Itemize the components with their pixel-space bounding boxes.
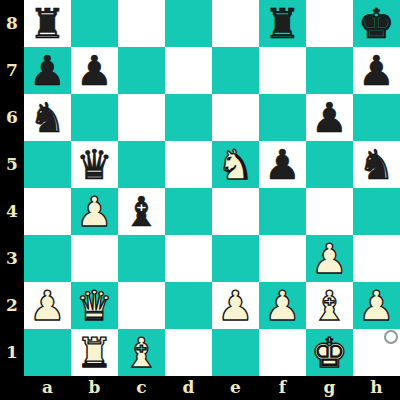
rank-label-1: 1 [0, 329, 24, 376]
square-a2[interactable]: ♟ [24, 282, 71, 329]
black-pawn-piece[interactable]: ♟ [71, 47, 118, 94]
rank-label-5: 5 [0, 141, 24, 188]
chess-board: ♜♜♚♟♟♟♞♟♛♞♟♞♟♝♟♟♛♟♟♝♟♜♝♚ [24, 0, 400, 376]
chess-board-frame: 87654321 ♜♜♚♟♟♟♞♟♛♞♟♞♟♝♟♟♛♟♟♝♟♜♝♚ abcdef… [0, 0, 400, 400]
file-label-e: e [212, 376, 259, 400]
white-king-piece[interactable]: ♚ [306, 329, 353, 376]
square-f2[interactable]: ♟ [259, 282, 306, 329]
square-f7[interactable] [259, 47, 306, 94]
file-label-b: b [71, 376, 118, 400]
rank-label-2: 2 [0, 282, 24, 329]
square-c2[interactable] [118, 282, 165, 329]
square-e5[interactable]: ♞ [212, 141, 259, 188]
square-c5[interactable] [118, 141, 165, 188]
square-e2[interactable]: ♟ [212, 282, 259, 329]
file-labels: abcdefgh [24, 376, 400, 400]
square-a1[interactable] [24, 329, 71, 376]
square-a4[interactable] [24, 188, 71, 235]
square-e7[interactable] [212, 47, 259, 94]
white-pawn-piece[interactable]: ♟ [24, 282, 71, 329]
black-knight-piece[interactable]: ♞ [24, 94, 71, 141]
square-b1[interactable]: ♜ [71, 329, 118, 376]
square-b8[interactable] [71, 0, 118, 47]
square-b6[interactable] [71, 94, 118, 141]
square-a6[interactable]: ♞ [24, 94, 71, 141]
square-a7[interactable]: ♟ [24, 47, 71, 94]
white-rook-piece[interactable]: ♜ [71, 329, 118, 376]
square-d5[interactable] [165, 141, 212, 188]
square-e6[interactable] [212, 94, 259, 141]
white-bishop-piece[interactable]: ♝ [306, 282, 353, 329]
square-d4[interactable] [165, 188, 212, 235]
white-pawn-piece[interactable]: ♟ [259, 282, 306, 329]
square-c4[interactable]: ♝ [118, 188, 165, 235]
square-f5[interactable]: ♟ [259, 141, 306, 188]
file-label-d: d [165, 376, 212, 400]
white-pawn-piece[interactable]: ♟ [306, 235, 353, 282]
square-b4[interactable]: ♟ [71, 188, 118, 235]
black-queen-piece[interactable]: ♛ [71, 141, 118, 188]
white-queen-piece[interactable]: ♛ [71, 282, 118, 329]
square-g8[interactable] [306, 0, 353, 47]
square-d8[interactable] [165, 0, 212, 47]
square-g1[interactable]: ♚ [306, 329, 353, 376]
rank-label-6: 6 [0, 94, 24, 141]
square-e8[interactable] [212, 0, 259, 47]
square-e3[interactable] [212, 235, 259, 282]
square-f3[interactable] [259, 235, 306, 282]
square-g7[interactable] [306, 47, 353, 94]
square-g4[interactable] [306, 188, 353, 235]
square-a3[interactable] [24, 235, 71, 282]
file-label-a: a [24, 376, 71, 400]
square-b5[interactable]: ♛ [71, 141, 118, 188]
square-f6[interactable] [259, 94, 306, 141]
black-rook-piece[interactable]: ♜ [259, 0, 306, 47]
black-pawn-piece[interactable]: ♟ [259, 141, 306, 188]
square-b3[interactable] [71, 235, 118, 282]
black-knight-piece[interactable]: ♞ [353, 141, 400, 188]
white-bishop-piece[interactable]: ♝ [118, 329, 165, 376]
white-to-move-indicator [384, 330, 398, 344]
square-b7[interactable]: ♟ [71, 47, 118, 94]
square-g5[interactable] [306, 141, 353, 188]
square-d6[interactable] [165, 94, 212, 141]
square-f1[interactable] [259, 329, 306, 376]
square-c3[interactable] [118, 235, 165, 282]
square-f4[interactable] [259, 188, 306, 235]
black-pawn-piece[interactable]: ♟ [353, 47, 400, 94]
square-d7[interactable] [165, 47, 212, 94]
rank-label-3: 3 [0, 235, 24, 282]
square-d3[interactable] [165, 235, 212, 282]
black-pawn-piece[interactable]: ♟ [24, 47, 71, 94]
square-g3[interactable]: ♟ [306, 235, 353, 282]
square-a5[interactable] [24, 141, 71, 188]
square-a8[interactable]: ♜ [24, 0, 71, 47]
square-b2[interactable]: ♛ [71, 282, 118, 329]
square-f8[interactable]: ♜ [259, 0, 306, 47]
square-c8[interactable] [118, 0, 165, 47]
white-pawn-piece[interactable]: ♟ [212, 282, 259, 329]
square-c6[interactable] [118, 94, 165, 141]
square-c1[interactable]: ♝ [118, 329, 165, 376]
white-pawn-piece[interactable]: ♟ [353, 282, 400, 329]
square-h8[interactable]: ♚ [353, 0, 400, 47]
square-h3[interactable] [353, 235, 400, 282]
square-e4[interactable] [212, 188, 259, 235]
black-bishop-piece[interactable]: ♝ [118, 188, 165, 235]
square-h6[interactable] [353, 94, 400, 141]
black-king-piece[interactable]: ♚ [353, 0, 400, 47]
square-c7[interactable] [118, 47, 165, 94]
rank-label-8: 8 [0, 0, 24, 47]
square-h5[interactable]: ♞ [353, 141, 400, 188]
black-rook-piece[interactable]: ♜ [24, 0, 71, 47]
board-frame-corner [0, 376, 24, 400]
square-d1[interactable] [165, 329, 212, 376]
rank-label-4: 4 [0, 188, 24, 235]
white-knight-piece[interactable]: ♞ [212, 141, 259, 188]
file-label-c: c [118, 376, 165, 400]
rank-label-7: 7 [0, 47, 24, 94]
white-pawn-piece[interactable]: ♟ [71, 188, 118, 235]
square-d2[interactable] [165, 282, 212, 329]
file-label-f: f [259, 376, 306, 400]
file-label-h: h [353, 376, 400, 400]
file-label-g: g [306, 376, 353, 400]
square-e1[interactable] [212, 329, 259, 376]
rank-labels: 87654321 [0, 0, 24, 376]
square-h7[interactable]: ♟ [353, 47, 400, 94]
black-pawn-piece[interactable]: ♟ [306, 94, 353, 141]
square-g2[interactable]: ♝ [306, 282, 353, 329]
square-h2[interactable]: ♟ [353, 282, 400, 329]
square-h4[interactable] [353, 188, 400, 235]
square-g6[interactable]: ♟ [306, 94, 353, 141]
